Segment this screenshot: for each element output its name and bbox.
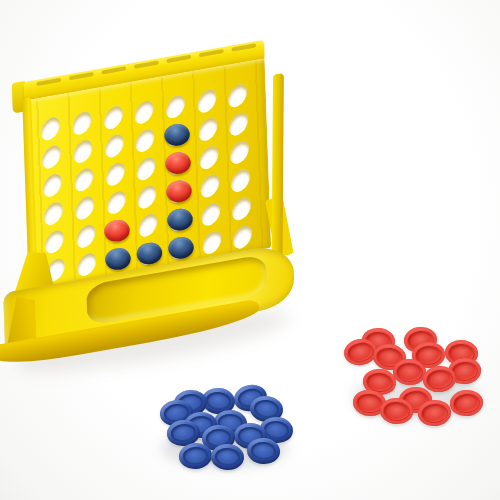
hole [228, 166, 254, 195]
hole [226, 109, 252, 138]
red-disc-center [415, 345, 441, 365]
board-disc-red [163, 179, 193, 204]
hole [72, 193, 98, 222]
hole [134, 182, 160, 211]
hole [73, 221, 99, 250]
red-disc-center [451, 361, 477, 381]
board-disc-red [102, 218, 132, 243]
loose-disc-red [371, 342, 407, 372]
drop-slot-notch [199, 49, 224, 57]
hole [41, 199, 67, 228]
hole [135, 210, 161, 239]
red-disc-center [407, 330, 434, 351]
hole [229, 194, 255, 223]
board-disc-blue [103, 247, 133, 272]
hole [100, 103, 126, 132]
loose-disc-blue [231, 382, 269, 414]
blue-disc-center [236, 387, 264, 410]
hole [39, 142, 65, 171]
drop-slot-notch [69, 72, 94, 80]
hole [195, 115, 221, 144]
hole [40, 170, 66, 199]
hole [196, 143, 222, 172]
drop-slot-notch [231, 43, 256, 51]
hole [70, 137, 96, 166]
drop-slot-notch [166, 55, 191, 63]
connect-four-board [20, 41, 326, 396]
hole [197, 171, 223, 200]
red-disc-center [346, 341, 374, 363]
board-disc-red [162, 151, 192, 176]
hole [102, 159, 128, 188]
loose-disc-red [341, 336, 378, 367]
right-support-strut [272, 73, 284, 257]
hole [132, 126, 158, 155]
hole [133, 154, 159, 183]
board-disc-blue [134, 241, 164, 266]
blue-disc-center [205, 391, 232, 412]
loose-disc-blue [172, 389, 207, 418]
loose-disc-red [360, 327, 395, 356]
hole [225, 81, 251, 110]
red-disc-center [365, 331, 391, 351]
hole [101, 131, 127, 160]
blue-pile-shadow [162, 428, 288, 468]
hole [194, 86, 220, 115]
product-photo-scene [0, 0, 500, 500]
red-pile-shadow [352, 376, 480, 418]
hole [74, 250, 100, 279]
hole [71, 165, 97, 194]
hole [103, 188, 129, 217]
loose-disc-red [411, 341, 446, 369]
loose-disc-blue [248, 394, 284, 424]
red-disc-center [448, 343, 474, 363]
board-disc-blue [165, 236, 195, 261]
hole [230, 222, 256, 251]
drop-slot-notch [134, 60, 159, 68]
loose-disc-blue [158, 398, 194, 428]
drop-slot-notch [36, 78, 61, 86]
loose-disc-red [402, 325, 438, 354]
hole [198, 199, 224, 228]
drop-slot-notch [101, 66, 126, 74]
blue-disc-center [252, 398, 279, 419]
hole [163, 92, 189, 121]
hole [69, 108, 95, 137]
blue-disc-center [177, 393, 203, 413]
hole [131, 97, 157, 126]
loose-disc-blue [200, 386, 236, 415]
hole [42, 227, 68, 256]
board-disc-blue [161, 123, 191, 148]
hole [227, 137, 253, 166]
loose-disc-red [444, 339, 479, 367]
board-disc-blue [164, 207, 194, 232]
red-disc-center [375, 346, 402, 367]
hole [38, 114, 64, 143]
blue-disc-center [162, 402, 189, 423]
hole [199, 228, 225, 257]
